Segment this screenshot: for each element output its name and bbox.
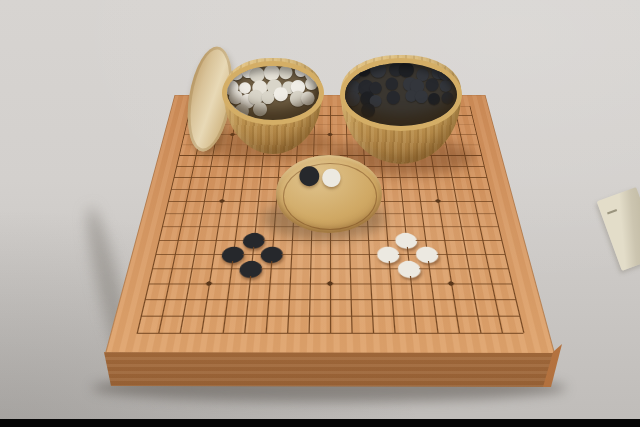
- board-cell: [279, 276, 300, 291]
- board-cell: [195, 291, 218, 307]
- black-bowl-opening: ●●●●●●●●●●●●●●●●●●●●●●●●●●: [340, 58, 462, 131]
- board-cell: [340, 261, 360, 276]
- board-cell: [298, 307, 319, 324]
- board-cell: [362, 324, 384, 341]
- board-cell: [189, 324, 213, 341]
- board-cell: [400, 276, 422, 291]
- board-cell: [461, 101, 479, 110]
- board-cell: [340, 247, 360, 261]
- board-cell: [199, 172, 218, 183]
- board-cell: [297, 324, 319, 341]
- board-cell: [447, 324, 471, 341]
- board-cell: [476, 172, 496, 183]
- board-cell: [212, 195, 232, 207]
- board-cell: [214, 183, 234, 195]
- board-cell: [228, 207, 248, 220]
- board-cell: [381, 291, 403, 307]
- board-cell: [503, 291, 527, 307]
- board-cell: [482, 195, 503, 207]
- board-cell: [410, 195, 430, 207]
- board-cell: [211, 324, 235, 341]
- white-stone[interactable]: ●: [252, 99, 268, 117]
- board-cell: [490, 233, 512, 247]
- board-cell: [191, 207, 212, 220]
- board-cell: [401, 291, 423, 307]
- board-cell: [420, 276, 442, 291]
- board-cell: [232, 183, 251, 195]
- board-cell: [238, 276, 260, 291]
- board-cell: [442, 291, 465, 307]
- board-cell: [442, 172, 461, 183]
- board-cell: [436, 247, 458, 261]
- board-cell: [320, 261, 340, 276]
- board-cell: [322, 101, 338, 110]
- white-stone[interactable]: ●: [321, 164, 342, 188]
- board-cell: [426, 324, 450, 341]
- board-cell: [319, 324, 341, 341]
- board-cell: [248, 195, 267, 207]
- board-cell: [234, 307, 257, 324]
- board-cell: [382, 307, 404, 324]
- white-bowl-opening: ●●●●●●●●●●●●●●●●●●●●●●●●: [222, 61, 324, 125]
- board-cell: [484, 207, 505, 220]
- board-cell: [218, 161, 237, 172]
- board-cell: [487, 220, 509, 233]
- board-cell: [444, 307, 468, 324]
- board-cell: [174, 291, 198, 307]
- board-cell: [260, 261, 281, 276]
- board-cell: [422, 291, 445, 307]
- board-cell: [474, 161, 494, 172]
- board-cell: ●: [240, 261, 261, 276]
- black-stone[interactable]: ●: [360, 100, 376, 118]
- board-cell: [507, 307, 532, 324]
- black-stone[interactable]: ●: [298, 161, 321, 187]
- black-stone[interactable]: ●: [427, 91, 441, 107]
- board-cell: [216, 172, 235, 183]
- board-cell: [189, 220, 210, 233]
- board-cell: [277, 307, 299, 324]
- board-cell: [194, 195, 214, 207]
- board-cell: [270, 161, 288, 172]
- board-cell: [301, 247, 321, 261]
- board-cell: [496, 261, 519, 276]
- white-stone[interactable]: ●: [300, 88, 316, 106]
- board-cell: [281, 247, 301, 261]
- board-cell: [196, 183, 216, 195]
- board-cell: [467, 130, 486, 140]
- board-cell: [250, 183, 269, 195]
- board-cell: [479, 183, 499, 195]
- go-photo-scene: ●●●●●●●● ●●●●●●●●●●●●●●●●●●●●●●●● ●●●●●●…: [0, 0, 640, 427]
- board-cell: [236, 291, 258, 307]
- letterbox-bar: [0, 419, 640, 427]
- board-cell: [201, 161, 220, 172]
- board-cell: [183, 247, 205, 261]
- board-cell: [340, 307, 361, 324]
- board-cell: [230, 195, 250, 207]
- board-cell: [257, 291, 279, 307]
- board-cell: [511, 324, 537, 341]
- board-cell: [299, 276, 320, 291]
- board-cell: [392, 195, 411, 207]
- board-cell: [171, 307, 195, 324]
- board-cell: [278, 291, 299, 307]
- board-cell: [186, 233, 208, 247]
- board-cell: [404, 324, 427, 341]
- board-cell: [361, 307, 383, 324]
- board-cell: [493, 247, 516, 261]
- board-cell: [320, 291, 341, 307]
- board-cell: [256, 307, 278, 324]
- board-cell: [322, 110, 338, 119]
- board-cell: [391, 183, 410, 195]
- board-cell: [235, 161, 254, 172]
- board-cell: [198, 276, 221, 291]
- board-cell: [234, 172, 253, 183]
- board-cell: [299, 291, 320, 307]
- board-cell: [213, 307, 236, 324]
- board-cell: [218, 276, 240, 291]
- board-cell: [383, 324, 406, 341]
- board-cell: [216, 291, 239, 307]
- board-cell: [300, 261, 320, 276]
- lid-dish[interactable]: ● ●: [276, 155, 382, 233]
- board-cell: [200, 261, 222, 276]
- board-cell: [252, 161, 270, 172]
- board-cell: [394, 207, 414, 220]
- board-cell: [426, 183, 446, 195]
- board-cell: [469, 140, 488, 150]
- black-stone[interactable]: ●: [386, 88, 401, 105]
- background-object-mark: [607, 209, 617, 214]
- white-stone[interactable]: ●: [234, 101, 250, 120]
- board-cell: [380, 276, 401, 291]
- board-cell: [276, 324, 298, 341]
- board-cell: [341, 324, 363, 341]
- board-cell: [232, 324, 255, 341]
- board-cell: [432, 220, 453, 233]
- board-cell: [409, 183, 428, 195]
- board-cell: [180, 261, 203, 276]
- board-cell: [361, 291, 382, 307]
- board-cell: [207, 220, 228, 233]
- board-cell: [412, 207, 432, 220]
- board-cell: [403, 307, 426, 324]
- board-cell: [418, 261, 440, 276]
- board-cell: [280, 261, 301, 276]
- board-cell: [340, 291, 361, 307]
- board-cell: [438, 261, 460, 276]
- board-cell: [259, 276, 280, 291]
- board-cell: [359, 261, 380, 276]
- board-cell: [430, 207, 450, 220]
- black-stone[interactable]: ●: [441, 90, 455, 106]
- board-cell: [322, 120, 338, 130]
- board-cell: [320, 247, 340, 261]
- board-cell: [320, 276, 340, 291]
- board-cell: [360, 276, 381, 291]
- board-cell: [440, 276, 463, 291]
- board-cell: [465, 120, 483, 130]
- board-cell: [500, 276, 524, 291]
- board-cell: [340, 276, 361, 291]
- board-cell: [319, 307, 340, 324]
- board-cell: [192, 307, 216, 324]
- board-cell: [254, 324, 277, 341]
- board-cell: ●: [399, 261, 420, 276]
- board-cell: [210, 207, 230, 220]
- board-cell: [463, 110, 481, 119]
- board-cell: [177, 276, 200, 291]
- board-cell: [428, 195, 448, 207]
- board-cell: [424, 307, 447, 324]
- board-cell: [167, 324, 192, 341]
- board-cell: [251, 172, 270, 183]
- white-stone[interactable]: ●: [273, 84, 289, 102]
